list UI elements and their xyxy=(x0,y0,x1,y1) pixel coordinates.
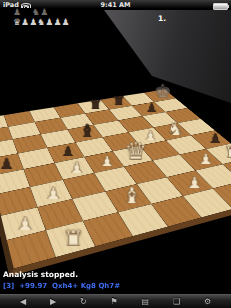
analysis-line: [3] +99.97 Qxh4+ Kg8 Qh7# xyxy=(3,282,120,290)
captured-white-piece: ♛ xyxy=(13,17,21,28)
chess-app-screen: 1. ♚♜♜♟♝♟♟♟♛♞♟♟♟♟♟♜♟♟♝♜♚ iPad 9:41 AM ♟♞… xyxy=(0,0,231,308)
folder-icon[interactable]: ❏ xyxy=(173,295,180,308)
captured-white-piece: ♟ xyxy=(45,17,53,28)
flag-icon[interactable]: ⚑ xyxy=(110,295,117,308)
forward-icon[interactable]: ▶ xyxy=(50,295,56,308)
gear-icon[interactable]: ⚙ xyxy=(204,295,211,308)
rotate-board-icon[interactable]: ↻ xyxy=(80,295,87,308)
captured-white-piece: ♟ xyxy=(53,17,61,28)
captured-white-tray: ♛♟♟♞♟♟♟ xyxy=(13,17,70,28)
captured-white-piece: ♟ xyxy=(61,17,69,28)
analysis-status: Analysis stopped. xyxy=(3,270,78,279)
chess-board[interactable]: ♚♜♜♟♝♟♟♟♛♞♟♟♟♟♟♜♟♟♝♜♚ xyxy=(0,89,231,276)
captured-white-piece: ♞ xyxy=(37,17,45,28)
captured-white-piece: ♟ xyxy=(21,17,29,28)
battery-icon xyxy=(213,3,228,10)
board-scene: ♚♜♜♟♝♟♟♟♛♞♟♟♟♟♟♜♟♟♝♜♚ xyxy=(0,0,231,308)
back-icon[interactable]: ◀ xyxy=(20,295,26,308)
bottom-toolbar: ◀▶↻⚑▤❏⚙ xyxy=(0,294,231,308)
book-icon[interactable]: ▤ xyxy=(141,295,149,308)
captured-white-piece: ♟ xyxy=(29,17,37,28)
